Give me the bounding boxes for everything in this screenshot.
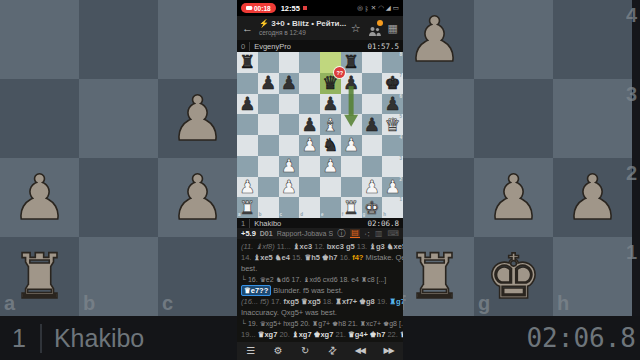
square-b5[interactable] (258, 114, 279, 135)
move-text[interactable]: bxc3 g5 (327, 242, 355, 251)
piece-black-pawn-h6[interactable]: ♟ (382, 94, 403, 115)
analysis-summary-bar: +5.9 D01 Rapport-Jobava Syst... ⓘ▤∴▥⌨ (237, 228, 403, 239)
square-b2[interactable] (258, 177, 279, 198)
piece-black-knight-e4[interactable]: ♞ (320, 135, 341, 156)
game-title: ⚡ 3+0 • Blitz • Рейти... (259, 20, 346, 29)
move-line: best. (241, 263, 399, 274)
bg-player-bar: 1Khakibo (0, 316, 237, 360)
move-text[interactable]: ♜xf7+ ♚g8 (335, 297, 375, 306)
move-text[interactable]: └ 16. ♛e2 ♞d6 17. ♝xd6 cxd6 18. e4 ♜c8 [… (241, 276, 386, 283)
bg-white-pawn-c2: ♟ (158, 158, 237, 237)
bg-rank-label: 3 (626, 83, 637, 106)
bg-file-label: b (83, 292, 95, 315)
app-bar: ← ⚡ 3+0 • Blitz • Рейти... сегодня в 12:… (237, 16, 403, 40)
move-text: 14. (241, 253, 254, 262)
recording-indicator-icon (303, 6, 307, 10)
player-top-name[interactable]: EvgenyPro (254, 42, 291, 51)
move-text: 22. (385, 330, 400, 339)
system-status-icon: ✕ (371, 4, 376, 12)
square-b3[interactable] (258, 156, 279, 177)
move-line: 14. ♝xe5 ♞e4 15. ♛h5 ♚h7 16. f4? Mistake… (241, 252, 399, 263)
status-bar: 00:18 12:55 ◎ᛒ✕◠◢▭ (237, 0, 403, 16)
settings-gear-icon[interactable]: ⚙ (274, 346, 283, 356)
system-status-icon: ▭ (393, 4, 399, 12)
system-status-icon: ᛒ (365, 5, 369, 12)
file-coordinate: d (300, 213, 303, 218)
square-g4[interactable] (362, 135, 383, 156)
bg-square (79, 0, 158, 79)
bg-square (79, 79, 158, 158)
rank-coordinate: 3 (399, 157, 402, 162)
piece-white-pawn-h2[interactable]: ♟ (382, 177, 403, 198)
move-text[interactable]: ♝xg7 ♚xg7 (292, 330, 333, 339)
move-text: 19. (375, 297, 390, 306)
player-bottom-name[interactable]: Khakibo (254, 219, 281, 228)
bg-white-pawn-g2: ♟ (474, 158, 553, 237)
rank-coordinate: 1 (399, 198, 402, 203)
move-text: (11. ♝xf8) (241, 242, 277, 251)
bg-square (553, 0, 632, 79)
square-h4[interactable]: 4 (382, 135, 403, 156)
square-h1[interactable]: h1 (382, 197, 403, 218)
share-icon[interactable]: ∴ (363, 231, 371, 236)
selected-move[interactable]: ♛e7?? (241, 285, 271, 296)
file-coordinate: h (383, 213, 386, 218)
move-text[interactable]: ♛g4+ ♚h7 (348, 330, 385, 339)
square-f6[interactable] (341, 94, 362, 115)
move-line: (11. ♝xf8) 11... ♝xc3 12. bxc3 g5 13. ♝g… (241, 241, 399, 252)
info-icon[interactable]: ⓘ (337, 230, 345, 238)
bg-white-rook-f1: ♜ (395, 237, 474, 316)
bg-square (158, 0, 237, 79)
square-c4[interactable] (279, 135, 300, 156)
move-text[interactable]: ♜g7+ (389, 297, 403, 306)
move-text: (16... f5) (241, 297, 271, 306)
square-e2[interactable] (320, 177, 341, 198)
square-b4[interactable] (258, 135, 279, 156)
square-c6[interactable] (279, 94, 300, 115)
judgment-comment: Inaccuracy. Qxg5+ was best. (241, 308, 337, 317)
move-text: 16. (338, 253, 353, 262)
piece-black-pawn-a6[interactable]: ♟ (237, 94, 258, 115)
square-d8[interactable] (299, 52, 320, 73)
move-line: ♛e7?? Blunder. f5 was best. (241, 285, 399, 296)
variation-line: └ 19. ♛xg5+ hxg5 20. ♜g7+ ♚h8 21. ♜xc7+ … (241, 318, 399, 329)
square-b8[interactable] (258, 52, 279, 73)
square-b1[interactable]: b (258, 197, 279, 218)
piece-black-pawn-b7[interactable]: ♟ (258, 73, 279, 94)
piece-white-pawn-g2[interactable]: ♟ (362, 177, 383, 198)
square-c5[interactable] (279, 114, 300, 135)
bg-square (395, 79, 474, 158)
opening-book-icon[interactable]: ▤ (350, 229, 360, 238)
piece-white-pawn-a2[interactable]: ♟ (237, 177, 258, 198)
move-line: (16... f5) 17. fxg5 ♛xg5 18. ♜xf7+ ♚g8 1… (241, 296, 399, 307)
square-d6[interactable] (299, 94, 320, 115)
move-text: 19... (241, 330, 258, 339)
opening-eco-code: D01 (260, 230, 273, 237)
back-arrow-icon[interactable]: ← (242, 22, 253, 34)
move-text[interactable]: ♛xe6 (400, 330, 403, 339)
square-d7[interactable] (299, 73, 320, 94)
opening-name: Rapport-Jobava Syst... (277, 230, 334, 237)
bg-rank-label: 4 (626, 4, 637, 27)
square-b6[interactable] (258, 94, 279, 115)
bg-white-pawn-a2: ♟ (0, 158, 79, 237)
move-text[interactable]: ♝xe5 ♞e4 (254, 253, 290, 262)
piece-white-pawn-c3[interactable]: ♟ (279, 156, 300, 177)
piece-white-king-g1[interactable]: ♚ (362, 197, 383, 218)
game-date: сегодня в 12:49 (259, 29, 346, 36)
square-a4[interactable] (237, 135, 258, 156)
forward-icon[interactable]: ▶▶ (383, 347, 393, 355)
blitz-lightning-icon: ⚡ (259, 19, 269, 28)
system-status-icon: ◠ (378, 4, 384, 12)
file-coordinate: e (321, 213, 324, 218)
player-top-score: 0 (241, 42, 250, 51)
judgment-comment: Blunder. f5 was best. (271, 286, 343, 295)
bg-rank-label: 1 (626, 241, 637, 264)
chart-icon[interactable]: ▥ (375, 230, 383, 238)
piece-white-pawn-c2[interactable]: ♟ (279, 177, 300, 198)
square-e1[interactable]: e (320, 197, 341, 218)
piece-white-queen-h5[interactable]: ♛ (382, 114, 403, 135)
system-status-icon: ◎ (357, 4, 363, 12)
piece-black-pawn-f7[interactable]: ♟ (341, 73, 362, 94)
engine-eval: +5.9 (241, 229, 256, 238)
bg-square (395, 158, 474, 237)
rewind-icon[interactable]: ◀◀ (355, 347, 365, 355)
bottom-toolbar: ☰⚙↻⇅◀◀▶▶ (237, 342, 403, 360)
file-coordinate: c (280, 213, 283, 218)
bg-square (474, 0, 553, 79)
file-coordinate: b (259, 213, 262, 218)
flip-board-icon[interactable]: ↻ (301, 346, 309, 356)
move-text: 15. (290, 253, 305, 262)
bg-clock: 02:06.8 (526, 323, 640, 353)
bg-file-label: c (162, 292, 173, 315)
square-f3[interactable] (341, 156, 362, 177)
player-bar-top: 0 EvgenyPro 01:57.5 (237, 40, 403, 52)
square-a5[interactable] (237, 114, 258, 135)
piece-white-bishop-e5[interactable]: ♝ (320, 114, 341, 135)
move-text: 21. (333, 330, 348, 339)
expand-icon[interactable]: ⇅ (326, 344, 339, 357)
piece-black-king-h7[interactable]: ♚ (382, 73, 403, 94)
bg-white-pawn-c3: ♟ (158, 79, 237, 158)
variation-line: └ 16. ♛e2 ♞d6 17. ♝xd6 cxd6 18. e4 ♜c8 [… (241, 274, 399, 285)
record-time: 00:18 (254, 5, 271, 12)
piece-white-rook-f1[interactable]: ♜ (341, 197, 362, 218)
move-text: 20. (277, 330, 292, 339)
screenshot-root: ♟♟♟♜abc♟♟♟♜♚fgh43211Khakibo02:06.8 00:18… (0, 0, 640, 360)
judgment-comment: Mistake. Qe2 was (363, 253, 403, 262)
bg-file-label: h (557, 292, 569, 315)
notification-badge (377, 20, 383, 26)
square-h3[interactable]: 3 (382, 156, 403, 177)
square-g8[interactable] (362, 52, 383, 73)
bg-white-pawn-h2: ♟ (553, 158, 632, 237)
piece-black-pawn-e6[interactable]: ♟ (320, 94, 341, 115)
move-text: 18. (321, 297, 336, 306)
bg-rank-label: 2 (626, 162, 637, 185)
menu-icon[interactable]: ☰ (246, 346, 255, 356)
bg-player-name: Khakibo (42, 324, 144, 353)
move-line: 19... ♛xg7 20. ♝xg7 ♚xg7 21. ♛g4+ ♚h7 22… (241, 329, 399, 340)
move-text[interactable]: f4? (352, 253, 363, 262)
system-status-icon: ◢ (386, 4, 391, 12)
status-icons: ◎ᛒ✕◠◢▭ (357, 4, 399, 12)
move-line: Inaccuracy. Qxg5+ was best. (241, 307, 399, 318)
piece-white-rook-a1[interactable]: ♜ (237, 197, 258, 218)
bg-square (553, 79, 632, 158)
bg-square (0, 79, 79, 158)
phone-app-strip: 00:18 12:55 ◎ᛒ✕◠◢▭ ← ⚡ 3+0 • Blitz • Рей… (237, 0, 403, 360)
square-a7[interactable] (237, 73, 258, 94)
player-top-clock: 01:57.5 (367, 42, 399, 51)
board-grid-icon[interactable]: ▦ (388, 22, 398, 35)
square-g3[interactable] (362, 156, 383, 177)
square-f5[interactable] (341, 114, 362, 135)
move-text[interactable]: ♛h5 ♚h7 (305, 253, 338, 262)
game-title-block: ⚡ 3+0 • Blitz • Рейти... сегодня в 12:49 (259, 20, 346, 36)
bg-clock-bar: 02:06.8 (403, 316, 640, 360)
bg-square (474, 79, 553, 158)
move-text: 11... (277, 242, 293, 251)
piece-white-pawn-e3[interactable]: ♟ (320, 156, 341, 177)
square-d2[interactable] (299, 177, 320, 198)
analysis-icons: ⓘ▤∴▥⌨ (337, 229, 399, 238)
system-clock: 12:55 (281, 4, 300, 13)
bookmark-star-icon[interactable]: ☆ (351, 22, 361, 35)
rank-coordinate: 4 (399, 136, 402, 141)
move-text: 17. (271, 297, 284, 306)
bg-file-label: g (478, 292, 490, 315)
rank-coordinate: 8 (399, 53, 402, 58)
move-text: 13. (355, 242, 370, 251)
move-text[interactable]: └ 19. ♛xg5+ hxg5 20. ♜g7+ ♚h8 21. ♜xc7+ … (241, 320, 403, 327)
player-bottom-score: 1 (241, 219, 250, 228)
piece-black-pawn-g5[interactable]: ♟ (362, 114, 383, 135)
piece-white-pawn-f4[interactable]: ♟ (341, 135, 362, 156)
move-text: 12. (312, 242, 327, 251)
piece-white-pawn-d4[interactable]: ♟ (299, 135, 320, 156)
bg-square (79, 158, 158, 237)
square-g7[interactable] (362, 73, 383, 94)
piece-black-pawn-c7[interactable]: ♟ (279, 73, 300, 94)
move-text[interactable]: ♝g3 ♞xe5 (369, 242, 403, 251)
camera-icon (246, 6, 252, 10)
piece-black-pawn-d5[interactable]: ♟ (299, 114, 320, 135)
square-c8[interactable] (279, 52, 300, 73)
spectators-icon[interactable] (368, 23, 381, 34)
square-a3[interactable] (237, 156, 258, 177)
bg-square (0, 0, 79, 79)
move-list[interactable]: (11. ♝xf8) 11... ♝xc3 12. bxc3 g5 13. ♝g… (237, 239, 403, 342)
square-f2[interactable] (341, 177, 362, 198)
bg-file-label: a (4, 292, 15, 315)
player-bottom-clock: 02:06.8 (367, 219, 399, 228)
player-bar-bottom: 1 Khakibo 02:06.8 (237, 218, 403, 228)
square-d3[interactable] (299, 156, 320, 177)
bg-score: 1 (0, 324, 42, 353)
engine-icon[interactable]: ⌨ (387, 230, 399, 238)
move-text[interactable]: ♛xg7 (258, 330, 278, 339)
bg-white-pawn-f4: ♟ (395, 0, 474, 79)
square-c1[interactable]: c (279, 197, 300, 218)
square-g6[interactable] (362, 94, 383, 115)
screen-record-pill[interactable]: 00:18 (241, 3, 276, 13)
chess-board[interactable]: abcdefg8765432h1♜♜♟♟♛♟♚♟♟♟♟♝♟♛♟♞♟♟♟♟♟♟♟♜… (237, 52, 403, 218)
judgment-comment: best. (241, 264, 257, 273)
square-h8[interactable]: 8 (382, 52, 403, 73)
move-text[interactable]: fxg5 ♛xg5 (284, 297, 321, 306)
move-text[interactable]: ♝xc3 (293, 242, 312, 251)
piece-black-rook-a8[interactable]: ♜ (237, 52, 258, 73)
square-d1[interactable]: d (299, 197, 320, 218)
